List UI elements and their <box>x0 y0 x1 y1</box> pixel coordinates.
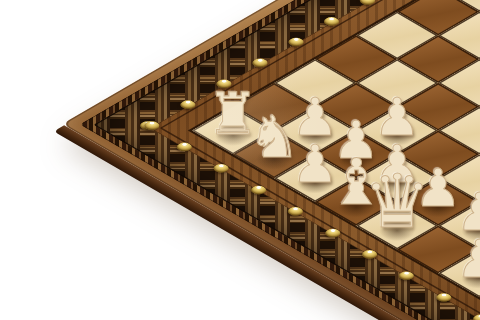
square-a7[interactable]: ♟ <box>438 249 480 297</box>
white-pawn-a7[interactable]: ♟ <box>433 227 480 319</box>
chess-board-wrap: ♟♟♟♟♟♟♜♞♟♝♛♟ <box>0 0 480 320</box>
product-photo-stage: ♟♟♟♟♟♟♜♞♟♝♛♟ <box>0 0 480 320</box>
chess-board: ♟♟♟♟♟♟♜♞♟♝♛♟ <box>62 0 480 320</box>
